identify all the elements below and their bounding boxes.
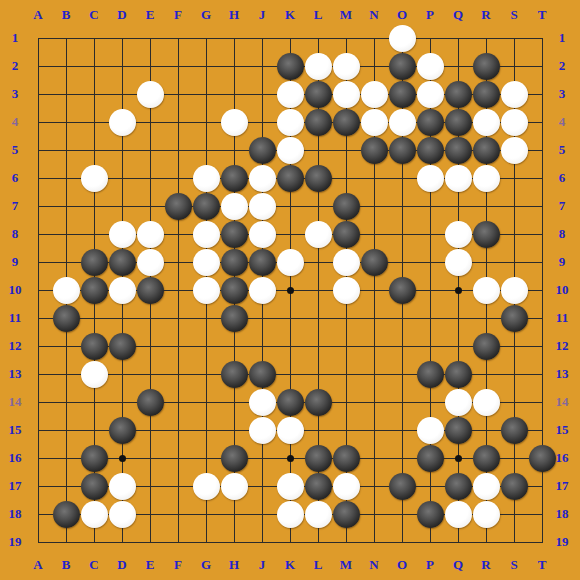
- intersection-L8[interactable]: [304, 220, 332, 248]
- intersection-J16[interactable]: [248, 444, 276, 472]
- intersection-S11[interactable]: [500, 304, 528, 332]
- intersection-C19[interactable]: [80, 528, 108, 556]
- intersection-P2[interactable]: [416, 52, 444, 80]
- intersection-O5[interactable]: [388, 136, 416, 164]
- intersection-R19[interactable]: [472, 528, 500, 556]
- intersection-S14[interactable]: [500, 388, 528, 416]
- intersection-C7[interactable]: [80, 192, 108, 220]
- intersection-G15[interactable]: [192, 416, 220, 444]
- intersection-H5[interactable]: [220, 136, 248, 164]
- intersection-O2[interactable]: [388, 52, 416, 80]
- intersection-J15[interactable]: [248, 416, 276, 444]
- intersection-F9[interactable]: [164, 248, 192, 276]
- intersection-K1[interactable]: [276, 24, 304, 52]
- intersection-D9[interactable]: [108, 248, 136, 276]
- intersection-K18[interactable]: [276, 500, 304, 528]
- intersection-D18[interactable]: [108, 500, 136, 528]
- intersection-G10[interactable]: [192, 276, 220, 304]
- intersection-Q15[interactable]: [444, 416, 472, 444]
- intersection-T10[interactable]: [528, 276, 556, 304]
- intersection-S7[interactable]: [500, 192, 528, 220]
- intersection-H12[interactable]: [220, 332, 248, 360]
- intersection-K17[interactable]: [276, 472, 304, 500]
- intersection-M11[interactable]: [332, 304, 360, 332]
- intersection-P9[interactable]: [416, 248, 444, 276]
- intersection-N15[interactable]: [360, 416, 388, 444]
- intersection-D19[interactable]: [108, 528, 136, 556]
- intersection-J6[interactable]: [248, 164, 276, 192]
- intersection-N6[interactable]: [360, 164, 388, 192]
- intersection-F2[interactable]: [164, 52, 192, 80]
- intersection-N17[interactable]: [360, 472, 388, 500]
- intersection-R6[interactable]: [472, 164, 500, 192]
- intersection-E5[interactable]: [136, 136, 164, 164]
- intersection-Q17[interactable]: [444, 472, 472, 500]
- intersection-Q16[interactable]: [444, 444, 472, 472]
- intersection-T7[interactable]: [528, 192, 556, 220]
- intersection-R1[interactable]: [472, 24, 500, 52]
- intersection-G19[interactable]: [192, 528, 220, 556]
- intersection-L14[interactable]: [304, 388, 332, 416]
- intersection-K10[interactable]: [276, 276, 304, 304]
- intersection-B1[interactable]: [52, 24, 80, 52]
- intersection-J3[interactable]: [248, 80, 276, 108]
- intersection-F19[interactable]: [164, 528, 192, 556]
- intersection-B14[interactable]: [52, 388, 80, 416]
- intersection-O1[interactable]: [388, 24, 416, 52]
- intersection-K13[interactable]: [276, 360, 304, 388]
- intersection-T19[interactable]: [528, 528, 556, 556]
- intersection-R13[interactable]: [472, 360, 500, 388]
- intersection-B9[interactable]: [52, 248, 80, 276]
- intersection-S5[interactable]: [500, 136, 528, 164]
- intersection-A4[interactable]: [24, 108, 52, 136]
- intersection-G9[interactable]: [192, 248, 220, 276]
- intersection-L5[interactable]: [304, 136, 332, 164]
- intersection-K7[interactable]: [276, 192, 304, 220]
- intersection-O14[interactable]: [388, 388, 416, 416]
- intersection-F16[interactable]: [164, 444, 192, 472]
- intersection-F3[interactable]: [164, 80, 192, 108]
- intersection-N12[interactable]: [360, 332, 388, 360]
- intersection-C4[interactable]: [80, 108, 108, 136]
- intersection-B16[interactable]: [52, 444, 80, 472]
- intersection-H4[interactable]: [220, 108, 248, 136]
- intersection-H11[interactable]: [220, 304, 248, 332]
- intersection-A8[interactable]: [24, 220, 52, 248]
- intersection-E11[interactable]: [136, 304, 164, 332]
- intersection-T11[interactable]: [528, 304, 556, 332]
- intersection-A7[interactable]: [24, 192, 52, 220]
- intersection-K14[interactable]: [276, 388, 304, 416]
- intersection-H16[interactable]: [220, 444, 248, 472]
- intersection-M7[interactable]: [332, 192, 360, 220]
- intersection-H13[interactable]: [220, 360, 248, 388]
- intersection-A15[interactable]: [24, 416, 52, 444]
- intersection-P8[interactable]: [416, 220, 444, 248]
- intersection-L18[interactable]: [304, 500, 332, 528]
- intersection-O15[interactable]: [388, 416, 416, 444]
- intersection-R10[interactable]: [472, 276, 500, 304]
- intersection-O16[interactable]: [388, 444, 416, 472]
- intersection-J14[interactable]: [248, 388, 276, 416]
- intersection-H19[interactable]: [220, 528, 248, 556]
- intersection-O8[interactable]: [388, 220, 416, 248]
- intersection-S16[interactable]: [500, 444, 528, 472]
- intersection-J17[interactable]: [248, 472, 276, 500]
- intersection-C14[interactable]: [80, 388, 108, 416]
- intersection-B17[interactable]: [52, 472, 80, 500]
- intersection-H14[interactable]: [220, 388, 248, 416]
- intersection-T5[interactable]: [528, 136, 556, 164]
- intersection-Q18[interactable]: [444, 500, 472, 528]
- intersection-Q12[interactable]: [444, 332, 472, 360]
- intersection-T3[interactable]: [528, 80, 556, 108]
- intersection-B12[interactable]: [52, 332, 80, 360]
- intersection-A19[interactable]: [24, 528, 52, 556]
- intersection-B5[interactable]: [52, 136, 80, 164]
- intersection-J11[interactable]: [248, 304, 276, 332]
- intersection-R16[interactable]: [472, 444, 500, 472]
- intersection-T1[interactable]: [528, 24, 556, 52]
- intersection-C2[interactable]: [80, 52, 108, 80]
- intersection-N7[interactable]: [360, 192, 388, 220]
- intersection-B13[interactable]: [52, 360, 80, 388]
- intersection-T6[interactable]: [528, 164, 556, 192]
- intersection-T12[interactable]: [528, 332, 556, 360]
- intersection-D13[interactable]: [108, 360, 136, 388]
- intersection-N4[interactable]: [360, 108, 388, 136]
- intersection-D7[interactable]: [108, 192, 136, 220]
- intersection-Q13[interactable]: [444, 360, 472, 388]
- intersection-L4[interactable]: [304, 108, 332, 136]
- intersection-K15[interactable]: [276, 416, 304, 444]
- intersection-F8[interactable]: [164, 220, 192, 248]
- intersection-K11[interactable]: [276, 304, 304, 332]
- intersection-G3[interactable]: [192, 80, 220, 108]
- intersection-Q2[interactable]: [444, 52, 472, 80]
- intersection-E10[interactable]: [136, 276, 164, 304]
- intersection-B7[interactable]: [52, 192, 80, 220]
- intersection-H2[interactable]: [220, 52, 248, 80]
- intersection-O7[interactable]: [388, 192, 416, 220]
- intersection-H6[interactable]: [220, 164, 248, 192]
- intersection-T14[interactable]: [528, 388, 556, 416]
- intersection-J5[interactable]: [248, 136, 276, 164]
- intersection-L16[interactable]: [304, 444, 332, 472]
- intersection-T2[interactable]: [528, 52, 556, 80]
- intersection-K9[interactable]: [276, 248, 304, 276]
- intersection-Q1[interactable]: [444, 24, 472, 52]
- intersection-A12[interactable]: [24, 332, 52, 360]
- intersection-G11[interactable]: [192, 304, 220, 332]
- intersection-T13[interactable]: [528, 360, 556, 388]
- intersection-M1[interactable]: [332, 24, 360, 52]
- intersection-A5[interactable]: [24, 136, 52, 164]
- intersection-M3[interactable]: [332, 80, 360, 108]
- intersection-G4[interactable]: [192, 108, 220, 136]
- intersection-D15[interactable]: [108, 416, 136, 444]
- intersection-G5[interactable]: [192, 136, 220, 164]
- intersection-F5[interactable]: [164, 136, 192, 164]
- intersection-C10[interactable]: [80, 276, 108, 304]
- intersection-D5[interactable]: [108, 136, 136, 164]
- intersection-A14[interactable]: [24, 388, 52, 416]
- intersection-S12[interactable]: [500, 332, 528, 360]
- intersection-B10[interactable]: [52, 276, 80, 304]
- intersection-J10[interactable]: [248, 276, 276, 304]
- intersection-G1[interactable]: [192, 24, 220, 52]
- intersection-R12[interactable]: [472, 332, 500, 360]
- intersection-E2[interactable]: [136, 52, 164, 80]
- intersection-J18[interactable]: [248, 500, 276, 528]
- intersection-O4[interactable]: [388, 108, 416, 136]
- intersection-G7[interactable]: [192, 192, 220, 220]
- intersection-Q19[interactable]: [444, 528, 472, 556]
- intersection-J4[interactable]: [248, 108, 276, 136]
- intersection-M6[interactable]: [332, 164, 360, 192]
- intersection-O11[interactable]: [388, 304, 416, 332]
- intersection-G18[interactable]: [192, 500, 220, 528]
- intersection-R17[interactable]: [472, 472, 500, 500]
- intersection-A18[interactable]: [24, 500, 52, 528]
- intersection-G16[interactable]: [192, 444, 220, 472]
- intersection-T18[interactable]: [528, 500, 556, 528]
- intersection-R11[interactable]: [472, 304, 500, 332]
- intersection-H7[interactable]: [220, 192, 248, 220]
- intersection-C17[interactable]: [80, 472, 108, 500]
- intersection-R7[interactable]: [472, 192, 500, 220]
- intersection-R18[interactable]: [472, 500, 500, 528]
- intersection-Q11[interactable]: [444, 304, 472, 332]
- intersection-O12[interactable]: [388, 332, 416, 360]
- intersection-K3[interactable]: [276, 80, 304, 108]
- intersection-B4[interactable]: [52, 108, 80, 136]
- intersection-H15[interactable]: [220, 416, 248, 444]
- intersection-B11[interactable]: [52, 304, 80, 332]
- intersection-F4[interactable]: [164, 108, 192, 136]
- intersection-T15[interactable]: [528, 416, 556, 444]
- intersection-B19[interactable]: [52, 528, 80, 556]
- intersection-M5[interactable]: [332, 136, 360, 164]
- intersection-A6[interactable]: [24, 164, 52, 192]
- intersection-A1[interactable]: [24, 24, 52, 52]
- intersection-R2[interactable]: [472, 52, 500, 80]
- intersection-N18[interactable]: [360, 500, 388, 528]
- intersection-H9[interactable]: [220, 248, 248, 276]
- intersection-F18[interactable]: [164, 500, 192, 528]
- intersection-E3[interactable]: [136, 80, 164, 108]
- intersection-N1[interactable]: [360, 24, 388, 52]
- intersection-L7[interactable]: [304, 192, 332, 220]
- intersection-S19[interactable]: [500, 528, 528, 556]
- intersection-J13[interactable]: [248, 360, 276, 388]
- intersection-N16[interactable]: [360, 444, 388, 472]
- intersection-E6[interactable]: [136, 164, 164, 192]
- intersection-S6[interactable]: [500, 164, 528, 192]
- intersection-A10[interactable]: [24, 276, 52, 304]
- intersection-N11[interactable]: [360, 304, 388, 332]
- intersection-C5[interactable]: [80, 136, 108, 164]
- intersection-G6[interactable]: [192, 164, 220, 192]
- intersection-D11[interactable]: [108, 304, 136, 332]
- intersection-H3[interactable]: [220, 80, 248, 108]
- intersection-S10[interactable]: [500, 276, 528, 304]
- intersection-D16[interactable]: [108, 444, 136, 472]
- intersection-C15[interactable]: [80, 416, 108, 444]
- intersection-M13[interactable]: [332, 360, 360, 388]
- intersection-E15[interactable]: [136, 416, 164, 444]
- intersection-O6[interactable]: [388, 164, 416, 192]
- intersection-E9[interactable]: [136, 248, 164, 276]
- intersection-F7[interactable]: [164, 192, 192, 220]
- intersection-M4[interactable]: [332, 108, 360, 136]
- intersection-O10[interactable]: [388, 276, 416, 304]
- intersection-C3[interactable]: [80, 80, 108, 108]
- intersection-G8[interactable]: [192, 220, 220, 248]
- intersection-E8[interactable]: [136, 220, 164, 248]
- intersection-Q7[interactable]: [444, 192, 472, 220]
- intersection-L13[interactable]: [304, 360, 332, 388]
- intersection-S13[interactable]: [500, 360, 528, 388]
- intersection-H18[interactable]: [220, 500, 248, 528]
- intersection-O19[interactable]: [388, 528, 416, 556]
- intersection-C18[interactable]: [80, 500, 108, 528]
- intersection-C12[interactable]: [80, 332, 108, 360]
- intersection-T9[interactable]: [528, 248, 556, 276]
- intersection-D6[interactable]: [108, 164, 136, 192]
- intersection-S15[interactable]: [500, 416, 528, 444]
- intersection-M15[interactable]: [332, 416, 360, 444]
- intersection-M14[interactable]: [332, 388, 360, 416]
- intersection-C11[interactable]: [80, 304, 108, 332]
- intersection-B6[interactable]: [52, 164, 80, 192]
- intersection-F12[interactable]: [164, 332, 192, 360]
- intersection-N13[interactable]: [360, 360, 388, 388]
- intersection-B3[interactable]: [52, 80, 80, 108]
- intersection-E18[interactable]: [136, 500, 164, 528]
- intersection-K2[interactable]: [276, 52, 304, 80]
- intersection-D10[interactable]: [108, 276, 136, 304]
- intersection-B2[interactable]: [52, 52, 80, 80]
- intersection-T4[interactable]: [528, 108, 556, 136]
- intersection-B8[interactable]: [52, 220, 80, 248]
- intersection-J7[interactable]: [248, 192, 276, 220]
- intersection-C13[interactable]: [80, 360, 108, 388]
- intersection-S4[interactable]: [500, 108, 528, 136]
- intersection-C1[interactable]: [80, 24, 108, 52]
- intersection-O13[interactable]: [388, 360, 416, 388]
- intersection-P17[interactable]: [416, 472, 444, 500]
- intersection-J19[interactable]: [248, 528, 276, 556]
- intersection-L15[interactable]: [304, 416, 332, 444]
- intersection-C16[interactable]: [80, 444, 108, 472]
- intersection-S18[interactable]: [500, 500, 528, 528]
- intersection-N8[interactable]: [360, 220, 388, 248]
- intersection-R9[interactable]: [472, 248, 500, 276]
- intersection-E16[interactable]: [136, 444, 164, 472]
- intersection-C6[interactable]: [80, 164, 108, 192]
- intersection-G13[interactable]: [192, 360, 220, 388]
- intersection-R15[interactable]: [472, 416, 500, 444]
- intersection-G17[interactable]: [192, 472, 220, 500]
- intersection-Q6[interactable]: [444, 164, 472, 192]
- intersection-N9[interactable]: [360, 248, 388, 276]
- intersection-M16[interactable]: [332, 444, 360, 472]
- intersection-L11[interactable]: [304, 304, 332, 332]
- intersection-T8[interactable]: [528, 220, 556, 248]
- intersection-S8[interactable]: [500, 220, 528, 248]
- intersection-R8[interactable]: [472, 220, 500, 248]
- intersection-F17[interactable]: [164, 472, 192, 500]
- intersection-R4[interactable]: [472, 108, 500, 136]
- intersection-A11[interactable]: [24, 304, 52, 332]
- intersection-O9[interactable]: [388, 248, 416, 276]
- intersection-E14[interactable]: [136, 388, 164, 416]
- intersection-S3[interactable]: [500, 80, 528, 108]
- intersection-Q8[interactable]: [444, 220, 472, 248]
- intersection-P12[interactable]: [416, 332, 444, 360]
- intersection-L19[interactable]: [304, 528, 332, 556]
- intersection-D3[interactable]: [108, 80, 136, 108]
- intersection-M8[interactable]: [332, 220, 360, 248]
- intersection-M2[interactable]: [332, 52, 360, 80]
- intersection-M17[interactable]: [332, 472, 360, 500]
- intersection-M19[interactable]: [332, 528, 360, 556]
- intersection-P4[interactable]: [416, 108, 444, 136]
- intersection-P15[interactable]: [416, 416, 444, 444]
- intersection-A17[interactable]: [24, 472, 52, 500]
- intersection-N3[interactable]: [360, 80, 388, 108]
- intersection-H1[interactable]: [220, 24, 248, 52]
- intersection-F15[interactable]: [164, 416, 192, 444]
- intersection-N2[interactable]: [360, 52, 388, 80]
- intersection-P6[interactable]: [416, 164, 444, 192]
- intersection-J1[interactable]: [248, 24, 276, 52]
- intersection-P1[interactable]: [416, 24, 444, 52]
- intersection-E7[interactable]: [136, 192, 164, 220]
- intersection-R5[interactable]: [472, 136, 500, 164]
- intersection-J12[interactable]: [248, 332, 276, 360]
- intersection-L2[interactable]: [304, 52, 332, 80]
- intersection-E4[interactable]: [136, 108, 164, 136]
- intersection-A9[interactable]: [24, 248, 52, 276]
- intersection-Q4[interactable]: [444, 108, 472, 136]
- intersection-C9[interactable]: [80, 248, 108, 276]
- intersection-N5[interactable]: [360, 136, 388, 164]
- intersection-H17[interactable]: [220, 472, 248, 500]
- intersection-S2[interactable]: [500, 52, 528, 80]
- intersection-B15[interactable]: [52, 416, 80, 444]
- intersection-K8[interactable]: [276, 220, 304, 248]
- intersection-B18[interactable]: [52, 500, 80, 528]
- intersection-F1[interactable]: [164, 24, 192, 52]
- intersection-L12[interactable]: [304, 332, 332, 360]
- intersection-J9[interactable]: [248, 248, 276, 276]
- intersection-F13[interactable]: [164, 360, 192, 388]
- intersection-P10[interactable]: [416, 276, 444, 304]
- intersection-A2[interactable]: [24, 52, 52, 80]
- intersection-K6[interactable]: [276, 164, 304, 192]
- intersection-P16[interactable]: [416, 444, 444, 472]
- intersection-E13[interactable]: [136, 360, 164, 388]
- intersection-L3[interactable]: [304, 80, 332, 108]
- intersection-P7[interactable]: [416, 192, 444, 220]
- intersection-Q9[interactable]: [444, 248, 472, 276]
- intersection-K16[interactable]: [276, 444, 304, 472]
- intersection-D12[interactable]: [108, 332, 136, 360]
- intersection-K19[interactable]: [276, 528, 304, 556]
